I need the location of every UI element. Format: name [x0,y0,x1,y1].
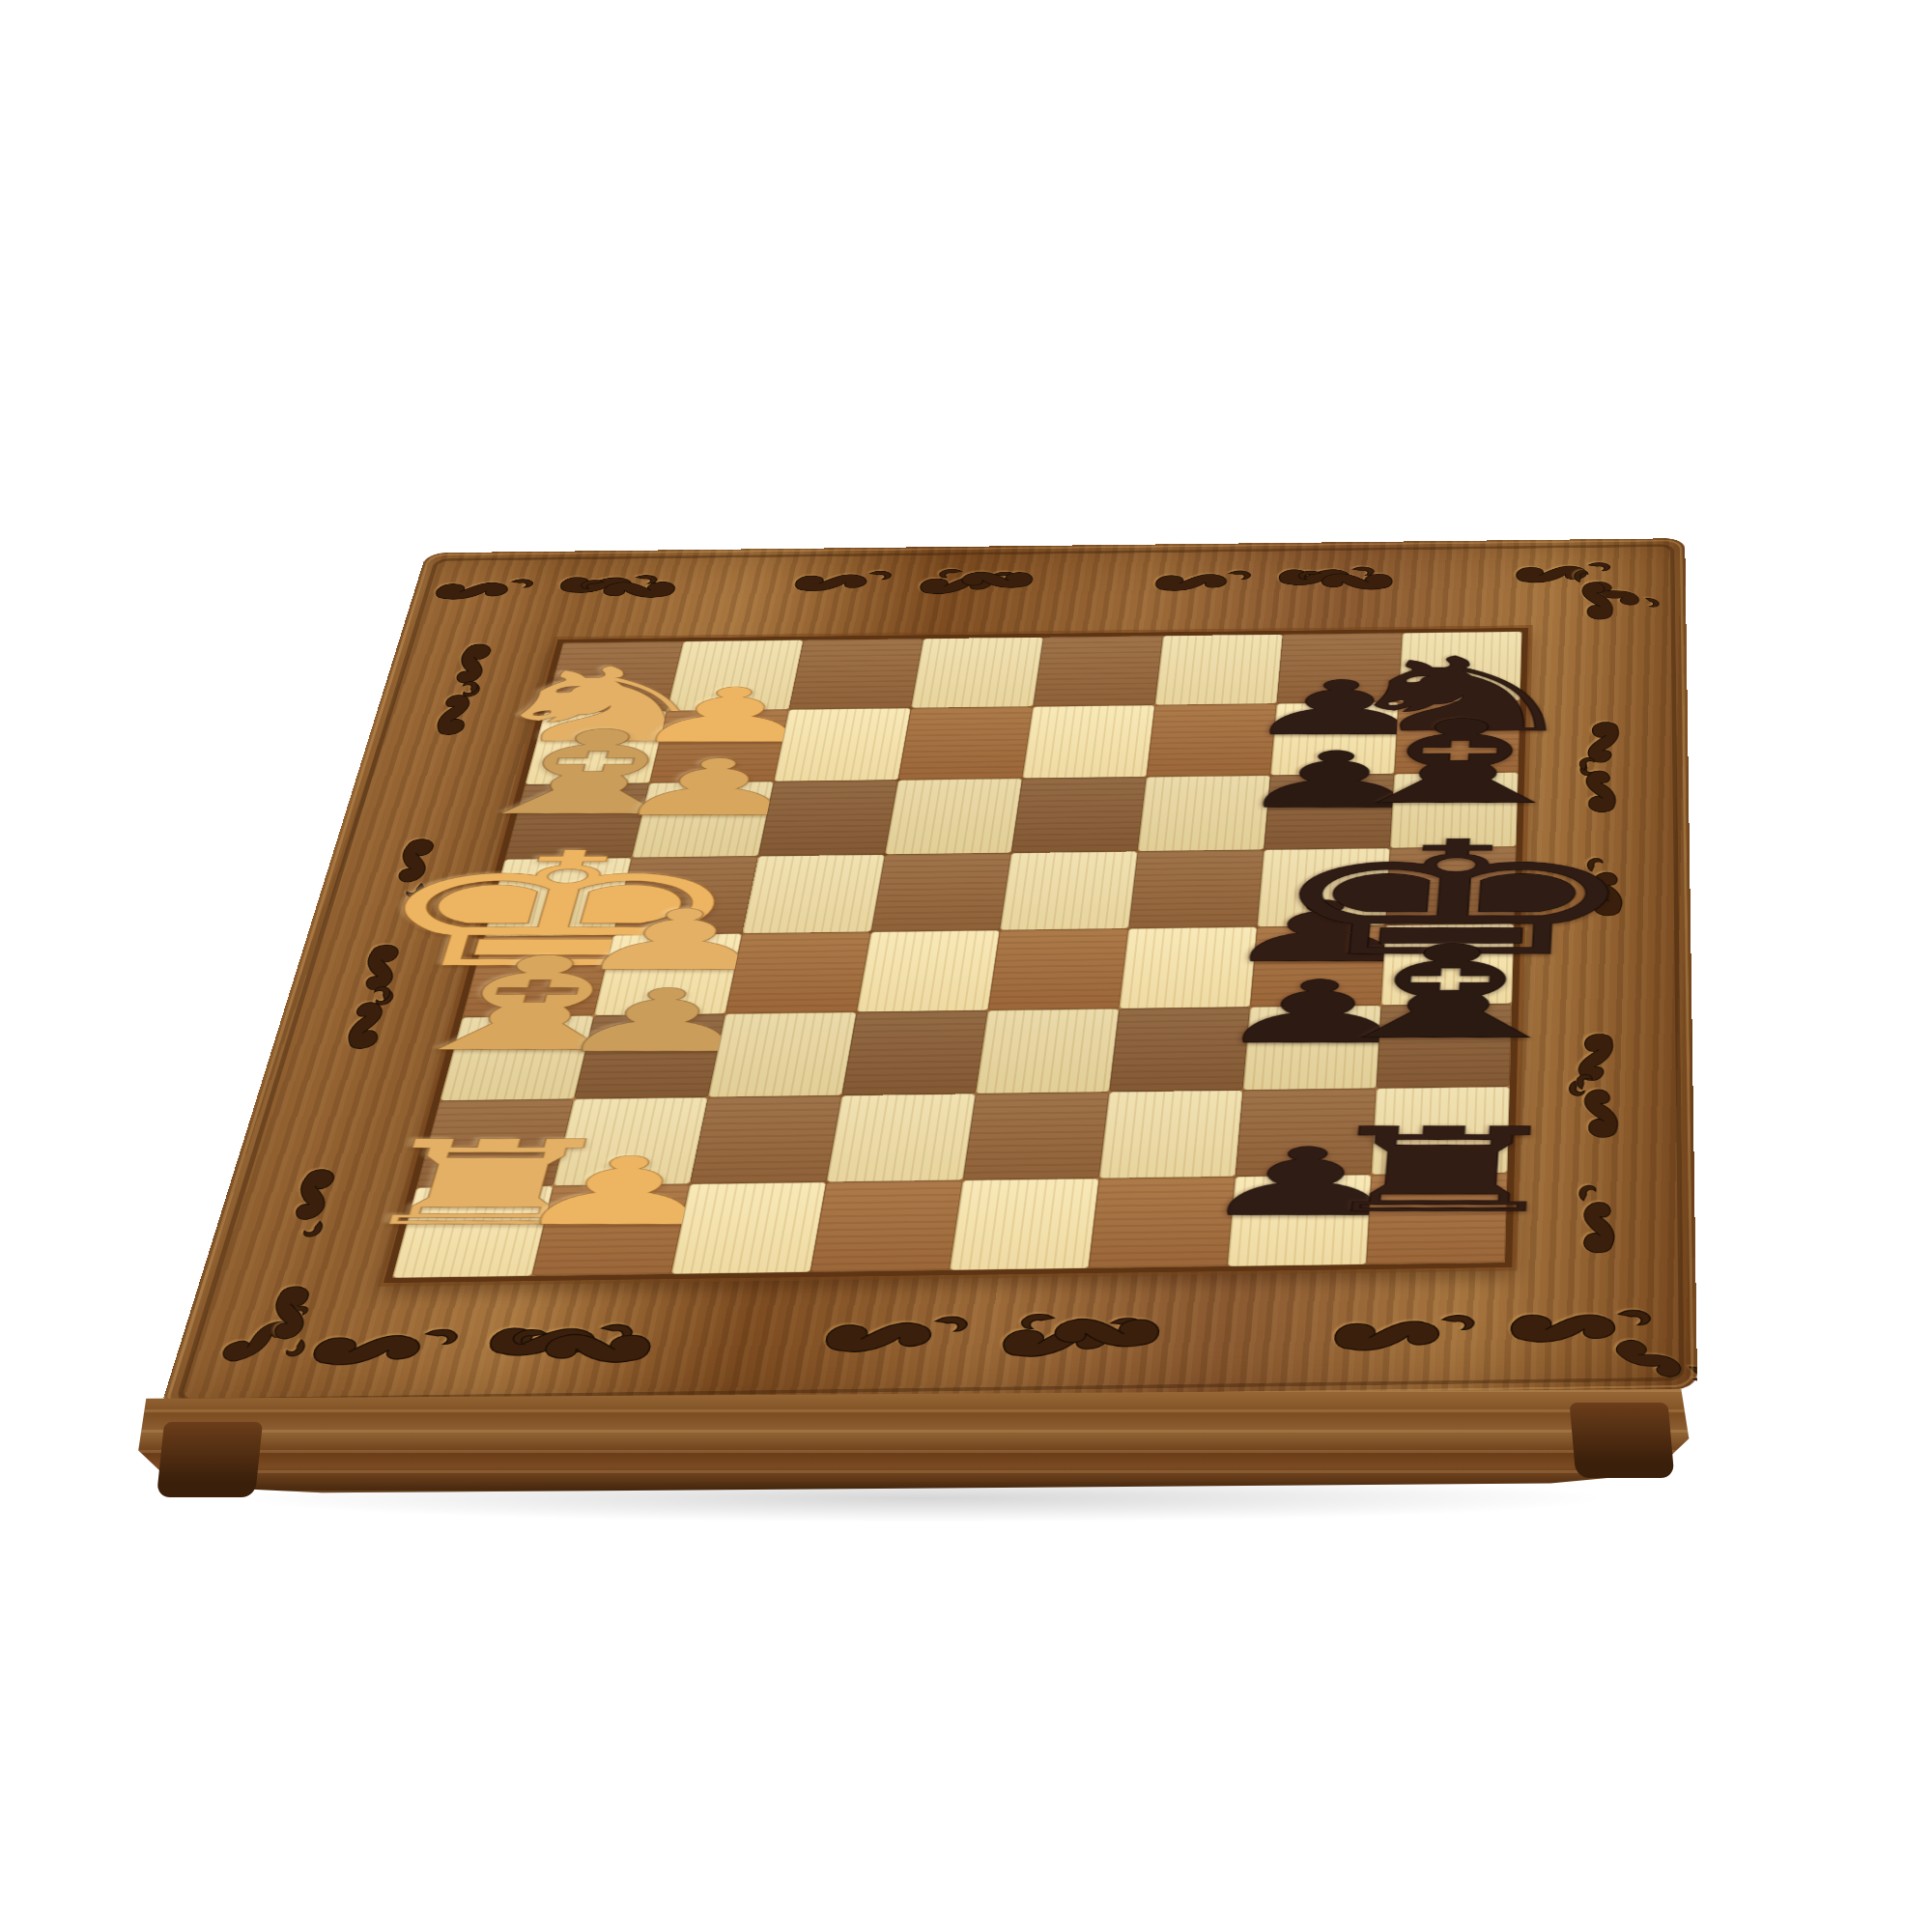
square-g4[interactable] [826,1094,975,1182]
square-d5[interactable] [1000,851,1138,930]
product-photo-scene: ♜♟♟♜♞♟♟♞♝♟♟♝♛♟♟♛♚♟♟♚♝♟♟♝♞♟♟♞♜♟♟♜ [0,0,1932,1932]
square-h2[interactable]: ♟ [531,1184,690,1276]
square-e5[interactable] [988,928,1129,1010]
square-f4[interactable] [841,1010,987,1095]
pawn-glyph: ♟ [497,1145,742,1238]
square-c4[interactable] [885,779,1022,855]
playing-field[interactable]: ♜♟♟♜♞♟♟♞♝♟♟♝♛♟♟♛♚♟♟♚♝♟♟♝♞♟♟♞♜♟♟♜ [384,628,1528,1283]
square-h3[interactable] [671,1182,827,1274]
square-b5[interactable] [1022,705,1154,779]
board-foot-right [1570,1403,1675,1478]
chess-board[interactable]: ♜♟♟♜♞♟♟♞♝♟♟♝♛♟♟♛♚♟♟♚♝♟♟♝♞♟♟♞♜♟♟♜ [159,538,1697,1411]
square-a4[interactable] [911,638,1043,708]
pawn-glyph: ♟ [1198,910,1415,1153]
square-h8[interactable]: ♜ [1366,1173,1507,1264]
square-f5[interactable] [976,1009,1120,1094]
knight-glyph: ♞ [346,837,646,1172]
square-g5[interactable] [963,1092,1110,1179]
square-e3[interactable] [725,932,871,1014]
square-a5[interactable] [1033,636,1163,706]
square-h5[interactable] [950,1179,1099,1270]
square-h4[interactable] [810,1180,963,1272]
square-e4[interactable] [857,930,1000,1012]
ground-shadow [232,1482,1613,1522]
square-c5[interactable] [1011,777,1147,853]
square-d4[interactable] [871,853,1011,932]
square-b4[interactable] [898,706,1034,780]
